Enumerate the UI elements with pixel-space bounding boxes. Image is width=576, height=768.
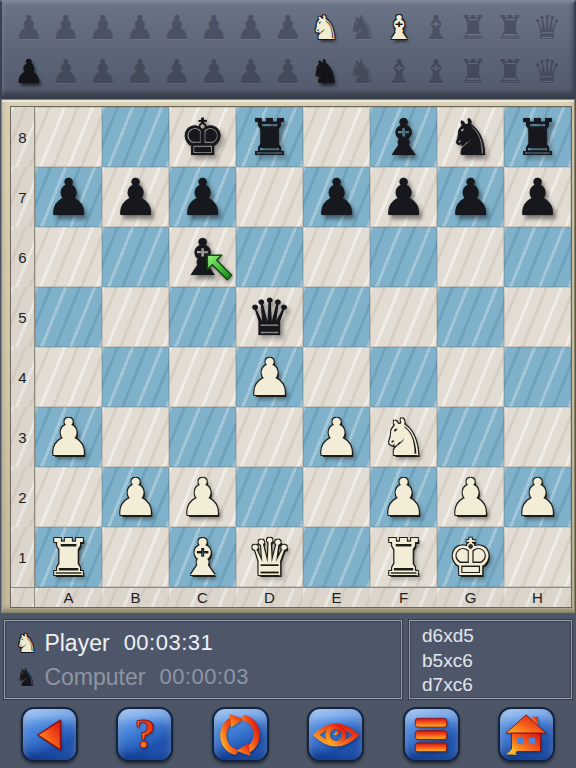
- white-pawn: ♟: [515, 472, 561, 523]
- white-pawn-ghost-icon: ♟: [14, 11, 44, 44]
- black-pawn: ♟: [113, 172, 159, 223]
- back-icon: [29, 714, 71, 756]
- rotate-arrows-icon: [219, 713, 261, 757]
- square-c6[interactable]: ♝: [169, 227, 236, 287]
- square-f3[interactable]: ♞: [370, 407, 437, 467]
- square-d8[interactable]: ♜: [236, 107, 303, 167]
- square-h6[interactable]: [504, 227, 571, 287]
- square-b3[interactable]: [102, 407, 169, 467]
- square-d3[interactable]: [236, 407, 303, 467]
- rank-label-4: 4: [11, 347, 35, 407]
- square-e2[interactable]: [303, 467, 370, 527]
- player-name: Player: [44, 630, 109, 657]
- rank-label-3: 3: [11, 407, 35, 467]
- computer-name: Computer: [44, 664, 145, 691]
- black-pawn-ghost-icon: ♟: [199, 55, 229, 88]
- white-rook: ♜: [46, 532, 92, 583]
- square-a4[interactable]: [35, 347, 102, 407]
- svg-text:?: ?: [134, 713, 155, 757]
- black-rook: ♜: [247, 112, 293, 163]
- black-queen: ♛: [247, 292, 293, 343]
- file-label-d: D: [236, 587, 303, 607]
- square-h2[interactable]: ♟: [504, 467, 571, 527]
- square-b6[interactable]: [102, 227, 169, 287]
- black-knight-icon: ♞: [15, 665, 37, 690]
- square-c2[interactable]: ♟: [169, 467, 236, 527]
- black-bishop-ghost-icon: ♝: [421, 55, 451, 88]
- square-a2[interactable]: [35, 467, 102, 527]
- help-button[interactable]: ?: [116, 707, 173, 762]
- home-button[interactable]: [498, 707, 555, 762]
- rank-label-1: 1: [11, 527, 35, 587]
- rank-label-8: 8: [11, 107, 35, 167]
- white-queen: ♛: [247, 532, 293, 583]
- menu-bars-icon: [410, 714, 452, 756]
- chess-board: 8♚♜♝♞♜7♟♟♟♟♟♟♟6♝5♛4♟3♟♟♞2♟♟♟♟♟1♜♝♛♜♚ABCD…: [10, 106, 572, 608]
- home-icon: [504, 714, 548, 756]
- square-h3[interactable]: [504, 407, 571, 467]
- square-d2[interactable]: [236, 467, 303, 527]
- rank-label-5: 5: [11, 287, 35, 347]
- square-a5[interactable]: [35, 287, 102, 347]
- white-knight-ghost-icon: ♞: [347, 11, 377, 44]
- black-pawn-ghost-icon: ♟: [162, 55, 192, 88]
- file-label-g: G: [437, 587, 504, 607]
- white-pawn: ♟: [381, 472, 427, 523]
- square-b2[interactable]: ♟: [102, 467, 169, 527]
- square-d1[interactable]: ♛: [236, 527, 303, 587]
- white-pawn-ghost-icon: ♟: [273, 11, 303, 44]
- square-h8[interactable]: ♜: [504, 107, 571, 167]
- square-b8[interactable]: [102, 107, 169, 167]
- square-e5[interactable]: [303, 287, 370, 347]
- eye-button[interactable]: [307, 707, 364, 762]
- board-frame: 8♚♜♝♞♜7♟♟♟♟♟♟♟6♝5♛4♟3♟♟♞2♟♟♟♟♟1♜♝♛♜♚ABCD…: [1, 99, 575, 613]
- white-pawn: ♟: [46, 412, 92, 463]
- captured-pieces-tray: ♟♟♟♟♟♟♟♟♞♞♝♝♜♜♛ ♟♟♟♟♟♟♟♟♞♞♝♝♜♜♛: [0, 0, 576, 97]
- white-rook-ghost-icon: ♜: [495, 11, 525, 44]
- square-g4[interactable]: [437, 347, 504, 407]
- rank-label-7: 7: [11, 167, 35, 227]
- square-a8[interactable]: [35, 107, 102, 167]
- square-a6[interactable]: [35, 227, 102, 287]
- square-f8[interactable]: ♝: [370, 107, 437, 167]
- white-knight-icon: ♞: [15, 631, 37, 656]
- black-pawn-ghost-icon: ♟: [236, 55, 266, 88]
- square-d6[interactable]: [236, 227, 303, 287]
- player-row-black: ♞ Computer 00:00:03: [15, 660, 391, 694]
- square-f6[interactable]: [370, 227, 437, 287]
- square-b1[interactable]: [102, 527, 169, 587]
- captured-tray-black-row: ♟♟♟♟♟♟♟♟♞♞♝♝♜♜♛: [14, 49, 562, 93]
- question-mark-icon: ?: [124, 713, 166, 757]
- black-pawn: ♟: [515, 172, 561, 223]
- white-pawn-ghost-icon: ♟: [88, 11, 118, 44]
- square-g5[interactable]: [437, 287, 504, 347]
- square-g3[interactable]: [437, 407, 504, 467]
- square-e4[interactable]: [303, 347, 370, 407]
- file-label-h: H: [504, 587, 571, 607]
- black-pawn-ghost-icon: ♟: [88, 55, 118, 88]
- square-c3[interactable]: [169, 407, 236, 467]
- white-king: ♚: [448, 532, 494, 583]
- white-pawn: ♟: [314, 412, 360, 463]
- square-h7[interactable]: ♟: [504, 167, 571, 227]
- square-g2[interactable]: ♟: [437, 467, 504, 527]
- square-f7[interactable]: ♟: [370, 167, 437, 227]
- file-label-a: A: [35, 587, 102, 607]
- square-g6[interactable]: [437, 227, 504, 287]
- board-corner: [11, 587, 35, 607]
- square-c8[interactable]: ♚: [169, 107, 236, 167]
- black-rook-ghost-icon: ♜: [495, 55, 525, 88]
- captured-tray-white-row: ♟♟♟♟♟♟♟♟♞♞♝♝♜♜♛: [14, 5, 562, 49]
- square-g1[interactable]: ♚: [437, 527, 504, 587]
- black-pawn-ghost-icon: ♟: [273, 55, 303, 88]
- square-a7[interactable]: ♟: [35, 167, 102, 227]
- black-queen-ghost-icon: ♛: [532, 55, 562, 88]
- black-pawn: ♟: [448, 172, 494, 223]
- file-label-c: C: [169, 587, 236, 607]
- square-a1[interactable]: ♜: [35, 527, 102, 587]
- square-e6[interactable]: [303, 227, 370, 287]
- players-panel: ♞ Player 00:03:31 ♞ Computer 00:00:03: [4, 620, 402, 699]
- black-king: ♚: [180, 112, 226, 163]
- square-f5[interactable]: [370, 287, 437, 347]
- eye-icon: [313, 715, 359, 755]
- white-rook-ghost-icon: ♜: [458, 11, 488, 44]
- square-g7[interactable]: ♟: [437, 167, 504, 227]
- white-pawn-ghost-icon: ♟: [199, 11, 229, 44]
- player-row-white: ♞ Player 00:03:31: [15, 626, 391, 660]
- square-e3[interactable]: ♟: [303, 407, 370, 467]
- square-f4[interactable]: [370, 347, 437, 407]
- white-bishop: ♝: [180, 532, 226, 583]
- black-rook: ♜: [515, 112, 561, 163]
- file-label-e: E: [303, 587, 370, 607]
- white-pawn: ♟: [448, 472, 494, 523]
- rank-label-6: 6: [11, 227, 35, 287]
- square-g8[interactable]: ♞: [437, 107, 504, 167]
- square-c4[interactable]: [169, 347, 236, 407]
- white-pawn: ♟: [113, 472, 159, 523]
- file-label-f: F: [370, 587, 437, 607]
- square-f2[interactable]: ♟: [370, 467, 437, 527]
- move-list-item: d7xc6: [422, 673, 559, 698]
- square-h1[interactable]: [504, 527, 571, 587]
- white-queen-ghost-icon: ♛: [532, 11, 562, 44]
- black-bishop-ghost-icon: ♝: [384, 55, 414, 88]
- black-bishop: ♝: [381, 112, 427, 163]
- black-pawn-ghost-icon: ♟: [51, 55, 81, 88]
- toolbar: ?: [0, 707, 576, 762]
- move-list-item: d6xd5: [422, 624, 559, 649]
- square-h4[interactable]: [504, 347, 571, 407]
- square-d7[interactable]: [236, 167, 303, 227]
- black-rook-ghost-icon: ♜: [458, 55, 488, 88]
- square-d4[interactable]: ♟: [236, 347, 303, 407]
- square-c7[interactable]: ♟: [169, 167, 236, 227]
- square-h5[interactable]: [504, 287, 571, 347]
- rank-label-2: 2: [11, 467, 35, 527]
- square-e1[interactable]: [303, 527, 370, 587]
- square-d5[interactable]: ♛: [236, 287, 303, 347]
- square-b5[interactable]: [102, 287, 169, 347]
- square-b4[interactable]: [102, 347, 169, 407]
- white-bishop-ghost-icon: ♝: [421, 11, 451, 44]
- menu-button[interactable]: [403, 707, 460, 762]
- square-a3[interactable]: ♟: [35, 407, 102, 467]
- square-f1[interactable]: ♜: [370, 527, 437, 587]
- white-bishop-captured-icon: ♝: [384, 11, 414, 44]
- move-list-panel: d6xd5b5xc6d7xc6: [409, 620, 572, 699]
- white-pawn-ghost-icon: ♟: [125, 11, 155, 44]
- back-button[interactable]: [21, 707, 78, 762]
- white-pawn-ghost-icon: ♟: [162, 11, 192, 44]
- black-pawn: ♟: [180, 172, 226, 223]
- black-knight: ♞: [448, 112, 494, 163]
- black-pawn: ♟: [46, 172, 92, 223]
- last-move-arrow-icon: [204, 252, 235, 283]
- white-pawn-ghost-icon: ♟: [236, 11, 266, 44]
- black-pawn: ♟: [381, 172, 427, 223]
- player-clock: 00:03:31: [124, 630, 214, 656]
- square-c5[interactable]: [169, 287, 236, 347]
- computer-clock: 00:00:03: [159, 664, 249, 690]
- file-label-b: B: [102, 587, 169, 607]
- black-pawn: ♟: [314, 172, 360, 223]
- white-pawn: ♟: [247, 352, 293, 403]
- white-rook: ♜: [381, 532, 427, 583]
- black-pawn-ghost-icon: ♟: [125, 55, 155, 88]
- refresh-button[interactable]: [212, 707, 269, 762]
- black-knight-ghost-icon: ♞: [347, 55, 377, 88]
- black-knight-captured-icon: ♞: [310, 55, 340, 88]
- white-pawn: ♟: [180, 472, 226, 523]
- square-b7[interactable]: ♟: [102, 167, 169, 227]
- square-c1[interactable]: ♝: [169, 527, 236, 587]
- white-pawn-ghost-icon: ♟: [51, 11, 81, 44]
- square-e8[interactable]: [303, 107, 370, 167]
- move-list-item: b5xc6: [422, 649, 559, 674]
- square-e7[interactable]: ♟: [303, 167, 370, 227]
- white-knight-captured-icon: ♞: [310, 11, 340, 44]
- white-knight: ♞: [381, 412, 427, 463]
- black-pawn-captured-icon: ♟: [14, 55, 44, 88]
